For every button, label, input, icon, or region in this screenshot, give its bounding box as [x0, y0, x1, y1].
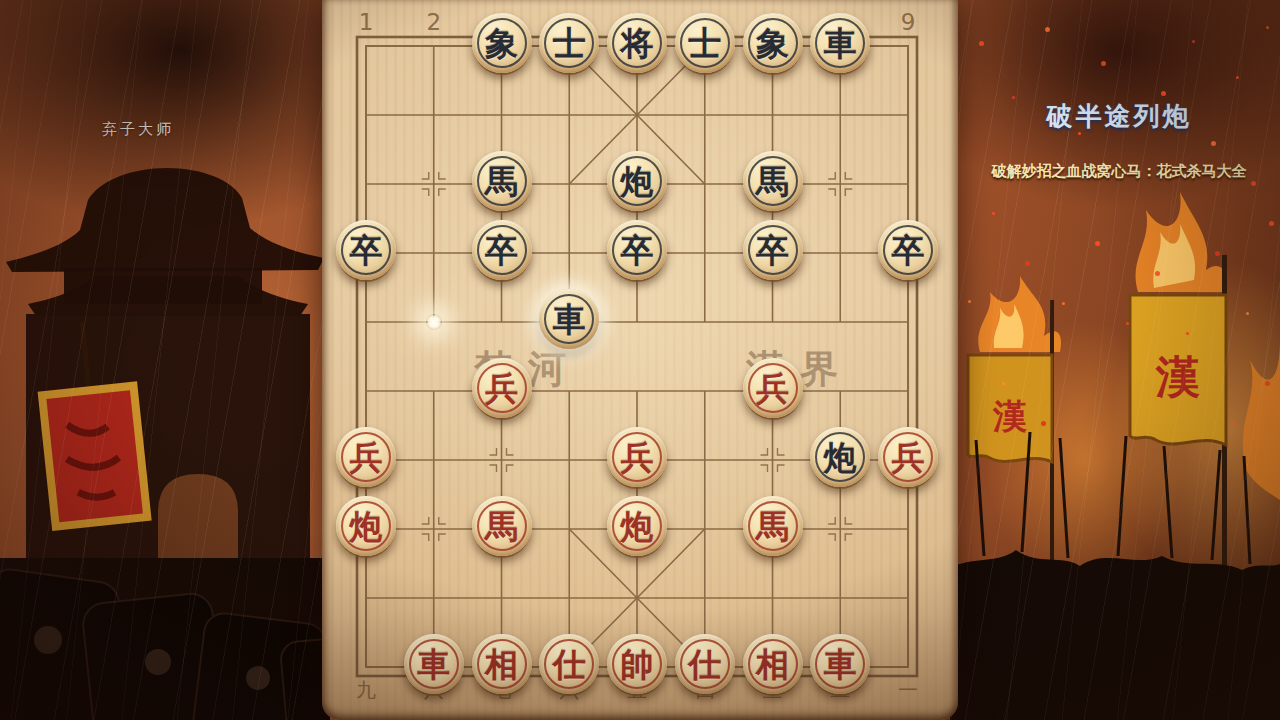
- file-label-top: 9: [901, 9, 916, 35]
- piece-red-horse[interactable]: 馬: [472, 496, 532, 556]
- piece-red-chariot[interactable]: 車: [810, 634, 870, 694]
- piece-red-soldier[interactable]: 兵: [743, 358, 803, 418]
- piece-glyph: 士: [688, 27, 721, 60]
- piece-glyph: 炮: [621, 165, 654, 198]
- piece-black-soldier[interactable]: 卒: [878, 220, 938, 280]
- piece-red-advisor[interactable]: 仕: [675, 634, 735, 694]
- piece-glyph: 車: [553, 303, 586, 336]
- piece-red-cannon[interactable]: 炮: [336, 496, 396, 556]
- ember-particles: [0, 0, 3, 3]
- file-label-top: 2: [426, 9, 441, 35]
- piece-glyph: 炮: [621, 510, 654, 543]
- lesson-subtitle: 破解妙招之血战窝心马：花式杀马大全: [958, 162, 1280, 181]
- piece-glyph: 車: [824, 648, 857, 681]
- piece-glyph: 馬: [485, 165, 518, 198]
- piece-red-elephant[interactable]: 相: [472, 634, 532, 694]
- piece-glyph: 仕: [553, 648, 586, 681]
- watermark: 弃子大师: [102, 120, 174, 139]
- piece-black-cannon[interactable]: 炮: [607, 151, 667, 211]
- piece-glyph: 馬: [485, 510, 518, 543]
- piece-glyph: 象: [756, 27, 789, 60]
- lesson-title: 破半途列炮: [958, 99, 1280, 134]
- piece-black-chariot[interactable]: 車: [539, 289, 599, 349]
- piece-black-elephant[interactable]: 象: [743, 13, 803, 73]
- piece-glyph: 卒: [892, 234, 925, 267]
- board-grid: 楚河 漢界 123456789九八七六五四三二一: [322, 0, 958, 720]
- piece-glyph: 馬: [756, 165, 789, 198]
- file-label-bottom: 九: [356, 678, 376, 702]
- piece-glyph: 兵: [621, 441, 654, 474]
- piece-glyph: 仕: [688, 648, 721, 681]
- xiangqi-board[interactable]: 楚河 漢界 123456789九八七六五四三二一 象士将士象車馬炮馬卒卒卒卒卒車…: [322, 0, 958, 720]
- piece-black-chariot[interactable]: 車: [810, 13, 870, 73]
- piece-glyph: 車: [824, 27, 857, 60]
- piece-black-horse[interactable]: 馬: [472, 151, 532, 211]
- move-origin-marker: [426, 314, 442, 330]
- piece-glyph: 象: [485, 27, 518, 60]
- piece-black-advisor[interactable]: 士: [675, 13, 735, 73]
- piece-red-soldier[interactable]: 兵: [878, 427, 938, 487]
- piece-glyph: 兵: [350, 441, 383, 474]
- banner-character: 漢: [992, 396, 1027, 436]
- piece-black-horse[interactable]: 馬: [743, 151, 803, 211]
- piece-red-horse[interactable]: 馬: [743, 496, 803, 556]
- piece-red-soldier[interactable]: 兵: [336, 427, 396, 487]
- piece-black-soldier[interactable]: 卒: [743, 220, 803, 280]
- piece-glyph: 兵: [892, 441, 925, 474]
- piece-glyph: 卒: [756, 234, 789, 267]
- piece-red-chariot[interactable]: 車: [404, 634, 464, 694]
- citygate-silhouette: [0, 0, 330, 720]
- piece-glyph: 将: [621, 27, 654, 60]
- piece-black-soldier[interactable]: 卒: [336, 220, 396, 280]
- piece-black-soldier[interactable]: 卒: [472, 220, 532, 280]
- game-screen: 漢 漢 楚河 漢界 123456789九八七六五四三二一 象士将士象車馬炮馬卒卒…: [0, 0, 1280, 720]
- piece-glyph: 帥: [621, 648, 654, 681]
- piece-glyph: 炮: [824, 441, 857, 474]
- piece-glyph: 卒: [485, 234, 518, 267]
- lesson-title-block: 破半途列炮 破解妙招之血战窝心马：花式杀马大全: [958, 0, 1280, 181]
- piece-glyph: 車: [417, 648, 450, 681]
- file-label-bottom: 一: [898, 678, 918, 702]
- piece-glyph: 炮: [350, 510, 383, 543]
- piece-black-general[interactable]: 将: [607, 13, 667, 73]
- piece-black-soldier[interactable]: 卒: [607, 220, 667, 280]
- piece-red-elephant[interactable]: 相: [743, 634, 803, 694]
- piece-red-advisor[interactable]: 仕: [539, 634, 599, 694]
- piece-red-general[interactable]: 帥: [607, 634, 667, 694]
- piece-glyph: 相: [485, 648, 518, 681]
- piece-black-elephant[interactable]: 象: [472, 13, 532, 73]
- piece-red-cannon[interactable]: 炮: [607, 496, 667, 556]
- file-label-top: 1: [359, 9, 374, 35]
- piece-glyph: 馬: [756, 510, 789, 543]
- piece-glyph: 士: [553, 27, 586, 60]
- banner-character: 漢: [1155, 351, 1200, 402]
- piece-black-cannon[interactable]: 炮: [810, 427, 870, 487]
- piece-glyph: 相: [756, 648, 789, 681]
- piece-red-soldier[interactable]: 兵: [472, 358, 532, 418]
- piece-glyph: 兵: [485, 372, 518, 405]
- piece-glyph: 卒: [350, 234, 383, 267]
- piece-glyph: 卒: [621, 234, 654, 267]
- piece-glyph: 兵: [756, 372, 789, 405]
- piece-black-advisor[interactable]: 士: [539, 13, 599, 73]
- piece-red-soldier[interactable]: 兵: [607, 427, 667, 487]
- soldiers-silhouette: [950, 550, 1280, 720]
